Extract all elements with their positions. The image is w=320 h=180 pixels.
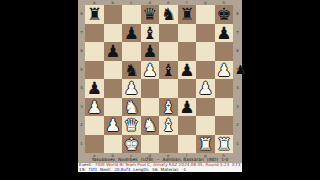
square-b6[interactable]: ♟ — [104, 42, 123, 61]
black-knight-c5[interactable]: ♞ — [122, 61, 141, 80]
video-frame: abcdefgh 87654321 87654321 ♜♛♞♜♚♟♝♟♟♟♞♟♝… — [0, 0, 320, 180]
length-value: 56 — [152, 167, 157, 172]
black-pawn-a4[interactable]: ♟ — [85, 79, 104, 98]
white-knight-c3[interactable]: ♞ — [122, 98, 141, 117]
white-rook-h1[interactable]: ♜ — [215, 135, 234, 154]
white-knight-d2[interactable]: ♞ — [141, 116, 160, 135]
square-b1[interactable] — [104, 135, 123, 154]
square-f7[interactable] — [178, 24, 197, 43]
chess-gui-panel: abcdefgh 87654321 87654321 ♜♛♞♜♚♟♝♟♟♟♞♟♝… — [78, 0, 242, 172]
square-a2[interactable] — [85, 116, 104, 135]
rank-labels-right: 87654321 — [233, 5, 242, 153]
rank-labels-left: 87654321 — [78, 5, 85, 153]
black-king-h8[interactable]: ♚ — [215, 5, 234, 24]
white-bishop-e2[interactable]: ♝ — [159, 116, 178, 135]
square-g2[interactable] — [196, 116, 215, 135]
material-indicator-pawn-icon: ♟ — [235, 64, 246, 77]
square-b5[interactable] — [104, 61, 123, 80]
square-e3[interactable]: ♝ — [159, 98, 178, 117]
black-pawn-f3[interactable]: ♟ — [178, 98, 197, 117]
square-h6[interactable] — [215, 42, 234, 61]
material-value: -1 — [182, 167, 186, 172]
square-d1[interactable] — [141, 135, 160, 154]
square-f4[interactable] — [178, 79, 197, 98]
white-queen-c2[interactable]: ♛ — [122, 116, 141, 135]
square-g6[interactable] — [196, 42, 215, 61]
move-number-label: 19: — [79, 167, 86, 172]
white-king-c1[interactable]: ♚ — [122, 135, 141, 154]
white-rook-g1[interactable]: ♜ — [196, 135, 215, 154]
square-b3[interactable] — [104, 98, 123, 117]
white-pawn-g4[interactable]: ♟ — [196, 79, 215, 98]
square-f1[interactable] — [178, 135, 197, 154]
square-d2[interactable]: ♞ — [141, 116, 160, 135]
square-a7[interactable] — [85, 24, 104, 43]
black-rook-f8[interactable]: ♜ — [178, 5, 197, 24]
rank-label-4: 4 — [78, 79, 85, 98]
eco-code: E73 — [232, 162, 240, 167]
square-h7[interactable]: ♟ — [215, 24, 234, 43]
square-e7[interactable] — [159, 24, 178, 43]
square-d4[interactable] — [141, 79, 160, 98]
black-pawn-f5[interactable]: ♟ — [178, 61, 197, 80]
square-d7[interactable]: ♝ — [141, 24, 160, 43]
square-g7[interactable] — [196, 24, 215, 43]
rank-label-4: 4 — [233, 79, 242, 98]
square-c6[interactable] — [122, 42, 141, 61]
chess-board[interactable]: ♜♛♞♜♚♟♝♟♟♟♞♟♝♟♟♟♟♟♟♞♝♟♟♛♞♝♚♜♜ — [85, 5, 233, 153]
square-g1[interactable]: ♜ — [196, 135, 215, 154]
black-bishop-e5[interactable]: ♝ — [159, 61, 178, 80]
square-h8[interactable]: ♚ — [215, 5, 234, 24]
rank-label-8: 8 — [78, 5, 85, 24]
length-label: Length: — [133, 167, 149, 172]
square-h4[interactable] — [215, 79, 234, 98]
next-label: Next: — [100, 167, 111, 172]
square-c7[interactable]: ♟ — [122, 24, 141, 43]
square-g5[interactable] — [196, 61, 215, 80]
square-d5[interactable]: ♟ — [141, 61, 160, 80]
black-queen-d8[interactable]: ♛ — [141, 5, 160, 24]
square-f3[interactable]: ♟ — [178, 98, 197, 117]
rank-label-6: 6 — [78, 42, 85, 61]
rank-label-2: 2 — [233, 116, 242, 135]
move-status-line: 19:f4f3Next:20.Bxf3Length:56Material:-1 — [79, 168, 189, 173]
next-move: 20.Bxf3 — [114, 167, 130, 172]
square-c4[interactable]: ♟ — [122, 79, 141, 98]
square-e2[interactable]: ♝ — [159, 116, 178, 135]
black-pawn-b6[interactable]: ♟ — [104, 42, 123, 61]
rank-label-1: 1 — [78, 135, 85, 154]
black-bishop-d7[interactable]: ♝ — [141, 24, 160, 43]
square-d6[interactable]: ♟ — [141, 42, 160, 61]
square-e1[interactable] — [159, 135, 178, 154]
square-a5[interactable] — [85, 61, 104, 80]
white-pawn-d5[interactable]: ♟ — [141, 61, 160, 80]
rank-label-2: 2 — [78, 116, 85, 135]
black-knight-e8[interactable]: ♞ — [159, 5, 178, 24]
square-b4[interactable] — [104, 79, 123, 98]
square-b2[interactable]: ♟ — [104, 116, 123, 135]
rank-label-7: 7 — [233, 24, 242, 43]
info-strip: Event:FIDE World Bl Team Pool C, Almaty … — [78, 163, 242, 173]
square-g3[interactable] — [196, 98, 215, 117]
square-a4[interactable]: ♟ — [85, 79, 104, 98]
square-d3[interactable] — [141, 98, 160, 117]
square-c3[interactable]: ♞ — [122, 98, 141, 117]
square-g8[interactable] — [196, 5, 215, 24]
square-c8[interactable] — [122, 5, 141, 24]
material-label: Material: — [161, 167, 179, 172]
square-f8[interactable]: ♜ — [178, 5, 197, 24]
square-f6[interactable] — [178, 42, 197, 61]
rank-label-3: 3 — [78, 98, 85, 117]
square-e4[interactable] — [159, 79, 178, 98]
rank-label-6: 6 — [233, 42, 242, 61]
square-c5[interactable]: ♞ — [122, 61, 141, 80]
white-pawn-a3[interactable]: ♟ — [85, 98, 104, 117]
white-bishop-e3[interactable]: ♝ — [159, 98, 178, 117]
square-a1[interactable] — [85, 135, 104, 154]
square-b8[interactable] — [104, 5, 123, 24]
black-pawn-c7[interactable]: ♟ — [122, 24, 141, 43]
white-pawn-c4[interactable]: ♟ — [122, 79, 141, 98]
black-rook-a8[interactable]: ♜ — [85, 5, 104, 24]
square-a8[interactable]: ♜ — [85, 5, 104, 24]
square-a6[interactable] — [85, 42, 104, 61]
square-h3[interactable] — [215, 98, 234, 117]
rank-label-5: 5 — [78, 61, 85, 80]
rank-label-7: 7 — [78, 24, 85, 43]
square-h2[interactable] — [215, 116, 234, 135]
last-move: f4f3 — [89, 167, 97, 172]
square-c2[interactable]: ♛ — [122, 116, 141, 135]
square-e8[interactable]: ♞ — [159, 5, 178, 24]
square-f2[interactable] — [178, 116, 197, 135]
square-e5[interactable]: ♝ — [159, 61, 178, 80]
square-b7[interactable] — [104, 24, 123, 43]
rank-label-8: 8 — [233, 5, 242, 24]
black-pawn-h7[interactable]: ♟ — [215, 24, 234, 43]
square-f5[interactable]: ♟ — [178, 61, 197, 80]
square-d8[interactable]: ♛ — [141, 5, 160, 24]
rank-label-3: 3 — [233, 98, 242, 117]
square-h5[interactable]: ♟ — [215, 61, 234, 80]
square-e6[interactable] — [159, 42, 178, 61]
white-pawn-b2[interactable]: ♟ — [104, 116, 123, 135]
white-pawn-h5[interactable]: ♟ — [215, 61, 234, 80]
square-g4[interactable]: ♟ — [196, 79, 215, 98]
square-h1[interactable]: ♜ — [215, 135, 234, 154]
black-pawn-d6[interactable]: ♟ — [141, 42, 160, 61]
rank-label-1: 1 — [233, 135, 242, 154]
square-c1[interactable]: ♚ — [122, 135, 141, 154]
square-a3[interactable]: ♟ — [85, 98, 104, 117]
